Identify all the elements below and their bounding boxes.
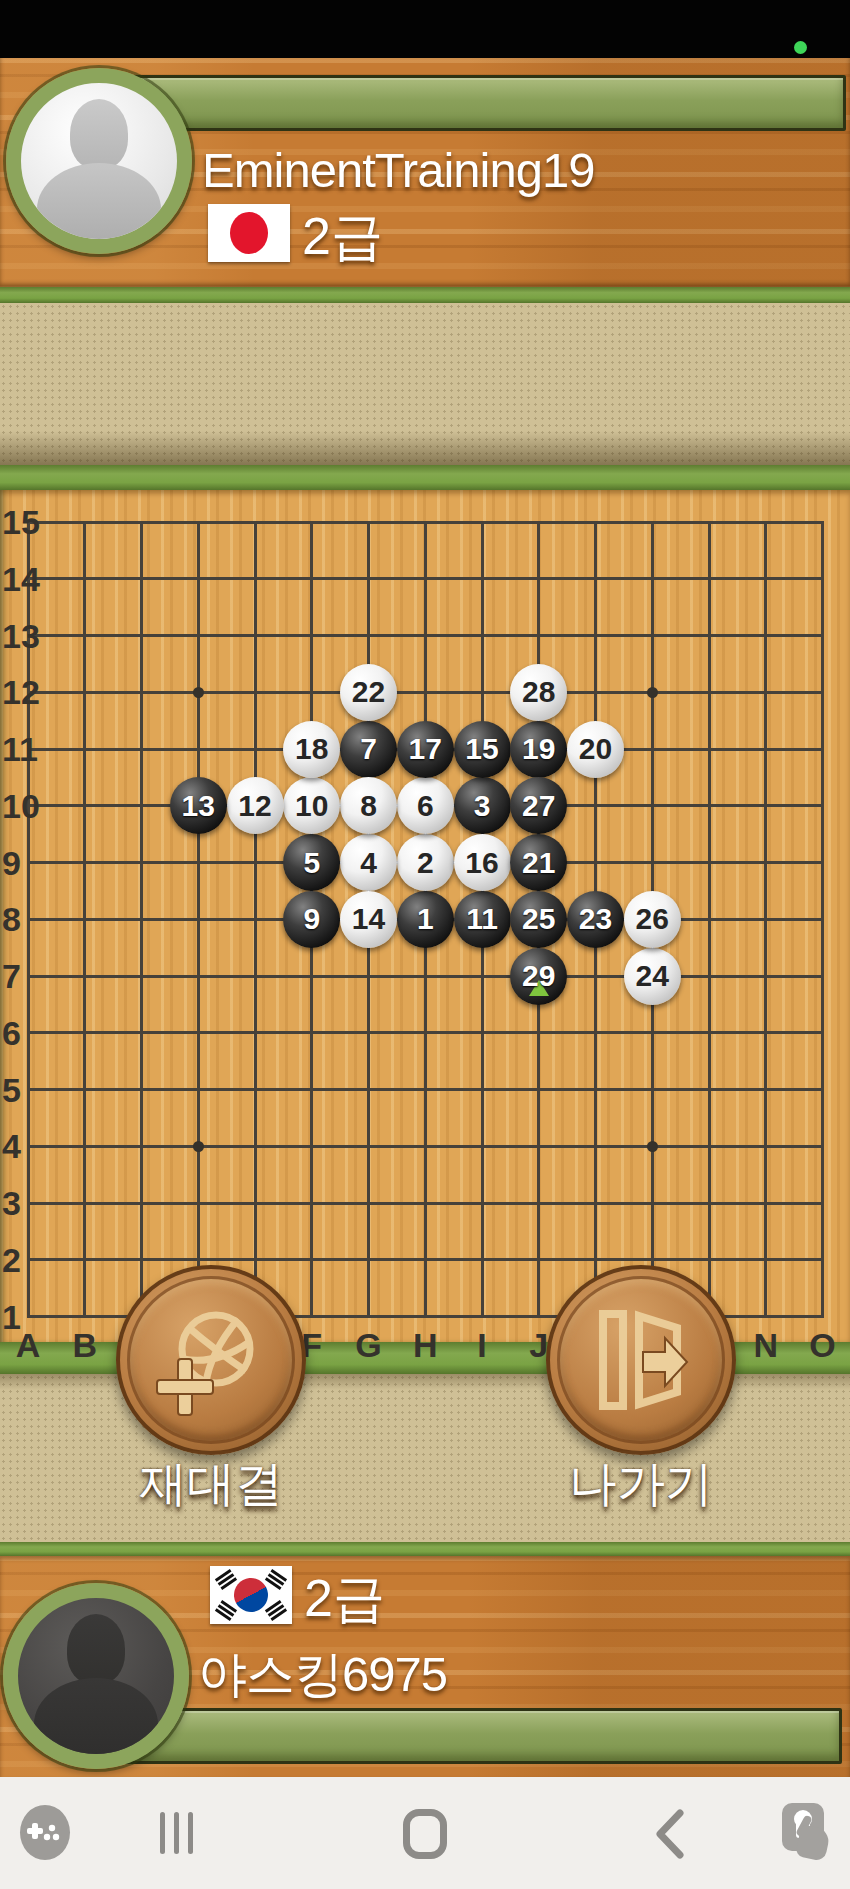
row-label: 3 bbox=[0, 1186, 58, 1220]
home-icon[interactable] bbox=[403, 1809, 447, 1859]
stone-11-black: 11 bbox=[454, 891, 511, 948]
row-label: 14 bbox=[0, 562, 58, 596]
star-point bbox=[647, 687, 658, 698]
bottom-player-name: 야스킹6975 bbox=[198, 1642, 447, 1708]
row-label: 11 bbox=[0, 732, 58, 766]
grid-line bbox=[27, 1145, 825, 1148]
stone-23-black: 23 bbox=[567, 891, 624, 948]
stone-7-black: 7 bbox=[340, 721, 397, 778]
board-top-strip bbox=[0, 465, 850, 490]
person-silhouette-icon bbox=[70, 99, 128, 169]
stone-28-white: 28 bbox=[510, 664, 567, 721]
top-player-panel: EminentTraining19 2급 bbox=[0, 58, 850, 287]
stone-18-white: 18 bbox=[283, 721, 340, 778]
stone-21-black: 21 bbox=[510, 834, 567, 891]
stone-26-white: 26 bbox=[624, 891, 681, 948]
back-icon[interactable] bbox=[652, 1809, 686, 1863]
column-label: A bbox=[8, 1328, 48, 1362]
stone-9-black: 9 bbox=[283, 891, 340, 948]
row-label: 2 bbox=[0, 1243, 58, 1277]
top-player-avatar[interactable] bbox=[6, 68, 192, 254]
south-korea-flag-icon bbox=[210, 1566, 292, 1624]
row-label: 10 bbox=[0, 789, 58, 823]
japan-flag-icon bbox=[208, 204, 290, 262]
row-label: 6 bbox=[0, 1016, 58, 1050]
stone-25-black: 25 bbox=[510, 891, 567, 948]
grid-line bbox=[27, 1031, 825, 1034]
top-player-name: EminentTraining19 bbox=[202, 142, 594, 198]
grid-line bbox=[764, 521, 767, 1319]
star-point bbox=[647, 1141, 658, 1152]
stone-8-white: 8 bbox=[340, 777, 397, 834]
row-label: 5 bbox=[0, 1073, 58, 1107]
stone-19-black: 19 bbox=[510, 721, 567, 778]
grid-line bbox=[821, 521, 824, 1319]
stone-3-black: 3 bbox=[454, 777, 511, 834]
top-player-rank: 2급 bbox=[302, 202, 383, 272]
star-point bbox=[193, 687, 204, 698]
bottom-player-panel: 2급 야스킹6975 bbox=[0, 1556, 850, 1777]
column-label: H bbox=[405, 1328, 445, 1362]
stone-6-white: 6 bbox=[397, 777, 454, 834]
grid-line bbox=[708, 521, 711, 1319]
android-nav-bar bbox=[0, 1777, 850, 1889]
row-label: 13 bbox=[0, 619, 58, 653]
column-label: I bbox=[462, 1328, 502, 1362]
row-label: 9 bbox=[0, 846, 58, 880]
grid-line bbox=[27, 975, 825, 978]
row-label: 8 bbox=[0, 902, 58, 936]
stone-24-white: 24 bbox=[624, 948, 681, 1005]
exit-button-label[interactable]: 나가기 bbox=[491, 1452, 791, 1516]
stone-12-white: 12 bbox=[227, 777, 284, 834]
game-launcher-icon[interactable] bbox=[20, 1805, 70, 1860]
grid-line bbox=[27, 1202, 825, 1205]
grid-line bbox=[27, 1088, 825, 1091]
exit-door-arrow-icon bbox=[581, 1300, 701, 1420]
touch-lock-icon[interactable] bbox=[782, 1803, 828, 1859]
status-bar bbox=[0, 0, 850, 58]
column-label: O bbox=[803, 1328, 843, 1362]
divider-strip bbox=[0, 287, 850, 303]
star-point bbox=[193, 1141, 204, 1152]
row-label: 4 bbox=[0, 1129, 58, 1163]
stone-2-white: 2 bbox=[397, 834, 454, 891]
stone-15-black: 15 bbox=[454, 721, 511, 778]
notification-dot bbox=[794, 41, 807, 54]
stone-27-black: 27 bbox=[510, 777, 567, 834]
stone-1-black: 1 bbox=[397, 891, 454, 948]
exit-button[interactable] bbox=[546, 1265, 736, 1455]
stone-10-white: 10 bbox=[283, 777, 340, 834]
stone-22-white: 22 bbox=[340, 664, 397, 721]
stone-16-white: 16 bbox=[454, 834, 511, 891]
row-label: 7 bbox=[0, 959, 58, 993]
grid-line bbox=[27, 1258, 825, 1261]
top-player-rating-bar bbox=[80, 75, 846, 131]
rematch-button-label[interactable]: 재대결 bbox=[61, 1452, 361, 1516]
stone-5-black: 5 bbox=[283, 834, 340, 891]
rematch-globe-plus-icon bbox=[150, 1299, 272, 1421]
stone-17-black: 17 bbox=[397, 721, 454, 778]
rematch-button[interactable] bbox=[116, 1265, 306, 1455]
column-label: N bbox=[746, 1328, 786, 1362]
app-screen: EminentTraining19 2급 1514131211109876543… bbox=[0, 0, 850, 1889]
recents-icon[interactable] bbox=[160, 1812, 194, 1854]
row-label: 12 bbox=[0, 675, 58, 709]
upper-texture-section bbox=[0, 303, 850, 465]
stone-13-black: 13 bbox=[170, 777, 227, 834]
game-board[interactable]: 151413121110987654321ABCDEFGHIJKLMNO1234… bbox=[0, 490, 850, 1342]
row-label: 15 bbox=[0, 505, 58, 539]
bottom-player-rating-bar bbox=[80, 1708, 842, 1764]
column-label: B bbox=[65, 1328, 105, 1362]
stone-20-white: 20 bbox=[567, 721, 624, 778]
divider-strip-2 bbox=[0, 1542, 850, 1556]
bottom-player-rank: 2급 bbox=[304, 1564, 385, 1634]
column-label: G bbox=[349, 1328, 389, 1362]
stone-29-black: 29 bbox=[510, 948, 567, 1005]
stone-14-white: 14 bbox=[340, 891, 397, 948]
person-silhouette-icon bbox=[67, 1614, 125, 1684]
stone-4-white: 4 bbox=[340, 834, 397, 891]
bottom-player-avatar[interactable] bbox=[3, 1583, 189, 1769]
